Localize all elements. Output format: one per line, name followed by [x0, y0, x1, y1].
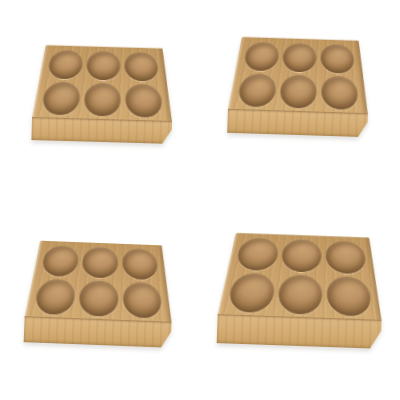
- pit: [78, 280, 118, 317]
- pit-grid: [218, 233, 382, 321]
- tray-top-face: [32, 45, 172, 122]
- pit: [282, 43, 317, 72]
- mancala-tray-top-left: [31, 24, 174, 144]
- pit: [226, 273, 275, 314]
- pit: [243, 42, 280, 71]
- mancala-tray-bottom-left: [24, 217, 176, 348]
- pit: [41, 245, 80, 276]
- pit: [277, 274, 323, 315]
- tray-front-face: [31, 117, 172, 144]
- pit: [321, 75, 359, 110]
- pit: [122, 281, 163, 318]
- mancala-tray-bottom-right: [217, 206, 386, 349]
- pit: [33, 278, 76, 315]
- pit: [81, 247, 117, 278]
- pit: [124, 52, 159, 81]
- pit: [41, 81, 81, 115]
- pit: [125, 83, 164, 118]
- pit-grid: [228, 37, 368, 114]
- pit: [122, 248, 159, 279]
- tray-top-face: [25, 241, 172, 323]
- pit: [235, 238, 279, 272]
- tray-front-face: [217, 314, 382, 349]
- pit: [281, 239, 322, 273]
- tray-top-face: [218, 233, 382, 321]
- pit-grid: [25, 241, 172, 323]
- tray-front-face: [227, 109, 368, 137]
- pit: [325, 240, 367, 274]
- tray-top-face: [228, 37, 368, 114]
- product-photo-grid: [0, 0, 400, 400]
- pit: [86, 51, 121, 80]
- pit: [326, 276, 373, 317]
- pit: [279, 74, 317, 109]
- pit: [83, 82, 121, 116]
- mancala-tray-top-right: [227, 16, 371, 137]
- pit-grid: [32, 45, 172, 122]
- pit: [237, 73, 278, 108]
- pit: [320, 44, 355, 73]
- pit: [47, 50, 84, 79]
